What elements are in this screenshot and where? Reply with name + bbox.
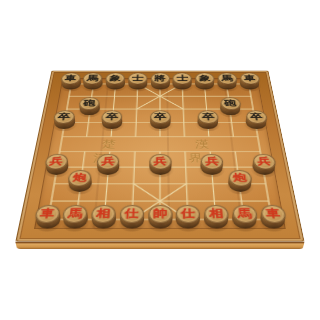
piece-top-face: 馬 <box>217 73 237 84</box>
piece-glyph: 兵 <box>205 157 219 166</box>
piece-glyph: 砲 <box>83 99 96 106</box>
piece-glyph: 士 <box>132 75 144 82</box>
piece-glyph: 車 <box>64 75 76 82</box>
piece-top-face: 將 <box>150 73 169 84</box>
piece-black-soldier[interactable]: 卒 <box>244 116 266 129</box>
piece-glyph: 卒 <box>105 113 118 121</box>
piece-glyph: 將 <box>154 75 165 82</box>
river-text-right: 漢界 <box>170 137 235 151</box>
piece-glyph: 車 <box>265 208 281 219</box>
piece-red-elephant[interactable]: 相 <box>203 211 228 229</box>
piece-red-chariot[interactable]: 車 <box>259 211 286 229</box>
piece-glyph: 仕 <box>124 208 139 219</box>
piece-top-face: 兵 <box>149 154 171 169</box>
piece-glyph: 帥 <box>153 208 167 219</box>
piece-glyph: 砲 <box>224 99 237 106</box>
piece-red-cannon[interactable]: 炮 <box>227 176 251 192</box>
piece-red-soldier[interactable]: 兵 <box>200 160 223 175</box>
piece-glyph: 馬 <box>237 208 253 219</box>
piece-glyph: 相 <box>96 208 111 219</box>
piece-black-soldier[interactable]: 卒 <box>102 116 123 129</box>
piece-glyph: 卒 <box>202 113 215 121</box>
piece-black-elephant[interactable]: 象 <box>195 78 215 89</box>
piece-black-horse[interactable]: 馬 <box>217 78 237 89</box>
piece-red-general[interactable]: 帥 <box>148 211 172 229</box>
piece-top-face: 卒 <box>150 110 171 123</box>
piece-glyph: 仕 <box>181 208 196 219</box>
piece-glyph: 炮 <box>233 173 248 183</box>
piece-black-soldier[interactable]: 卒 <box>197 116 218 129</box>
piece-black-chariot[interactable]: 車 <box>61 78 82 89</box>
piece-top-face: 相 <box>204 205 229 223</box>
piece-glyph: 車 <box>39 208 55 219</box>
piece-black-general[interactable]: 將 <box>150 78 169 89</box>
piece-red-soldier[interactable]: 兵 <box>251 160 275 175</box>
photo-stage: 楚河 漢界 車馬象士將士象馬車砲砲卒卒卒卒卒兵兵兵兵兵炮炮車馬相仕帥仕相馬車 <box>0 0 320 320</box>
piece-black-elephant[interactable]: 象 <box>106 78 126 89</box>
piece-glyph: 兵 <box>49 157 64 166</box>
piece-top-face: 砲 <box>220 97 242 110</box>
piece-red-advisor[interactable]: 仕 <box>120 211 144 229</box>
piece-top-face: 帥 <box>148 205 172 223</box>
piece-glyph: 炮 <box>73 173 88 183</box>
piece-red-soldier[interactable]: 兵 <box>149 160 171 175</box>
piece-red-advisor[interactable]: 仕 <box>176 211 200 229</box>
piece-top-face: 仕 <box>176 205 201 223</box>
piece-glyph: 兵 <box>153 157 166 166</box>
piece-glyph: 相 <box>209 208 224 219</box>
piece-glyph: 兵 <box>257 157 272 166</box>
piece-glyph: 士 <box>177 75 189 82</box>
piece-red-horse[interactable]: 馬 <box>63 211 89 229</box>
board-front-edge <box>15 242 304 249</box>
piece-glyph: 兵 <box>101 157 115 166</box>
piece-glyph: 車 <box>243 75 255 82</box>
piece-black-cannon[interactable]: 砲 <box>79 103 100 116</box>
piece-black-cannon[interactable]: 砲 <box>219 103 240 116</box>
piece-glyph: 馬 <box>68 208 84 219</box>
piece-black-chariot[interactable]: 車 <box>239 78 260 89</box>
piece-top-face: 卒 <box>197 110 219 123</box>
piece-black-soldier[interactable]: 卒 <box>53 116 75 129</box>
piece-top-face: 兵 <box>200 154 223 169</box>
piece-red-soldier[interactable]: 兵 <box>45 160 69 175</box>
piece-red-elephant[interactable]: 相 <box>91 211 116 229</box>
piece-black-soldier[interactable]: 卒 <box>150 116 170 129</box>
piece-glyph: 馬 <box>87 75 99 82</box>
river-text-left: 楚河 <box>76 137 141 151</box>
piece-black-advisor[interactable]: 士 <box>173 78 192 89</box>
piece-glyph: 卒 <box>154 113 166 121</box>
piece-glyph: 象 <box>109 75 121 82</box>
piece-glyph: 卒 <box>57 113 70 121</box>
piece-glyph: 卒 <box>249 113 262 121</box>
piece-red-horse[interactable]: 馬 <box>231 211 257 229</box>
xiangqi-board: 楚河 漢界 車馬象士將士象馬車砲砲卒卒卒卒卒兵兵兵兵兵炮炮車馬相仕帥仕相馬車 <box>15 71 304 242</box>
piece-glyph: 馬 <box>221 75 233 82</box>
piece-black-horse[interactable]: 馬 <box>83 78 103 89</box>
piece-top-face: 士 <box>173 73 192 84</box>
piece-red-chariot[interactable]: 車 <box>35 211 62 229</box>
piece-glyph: 象 <box>199 75 211 82</box>
piece-top-face: 象 <box>195 73 215 84</box>
piece-black-advisor[interactable]: 士 <box>128 78 147 89</box>
piece-red-soldier[interactable]: 兵 <box>97 160 120 175</box>
piece-red-cannon[interactable]: 炮 <box>68 176 92 192</box>
